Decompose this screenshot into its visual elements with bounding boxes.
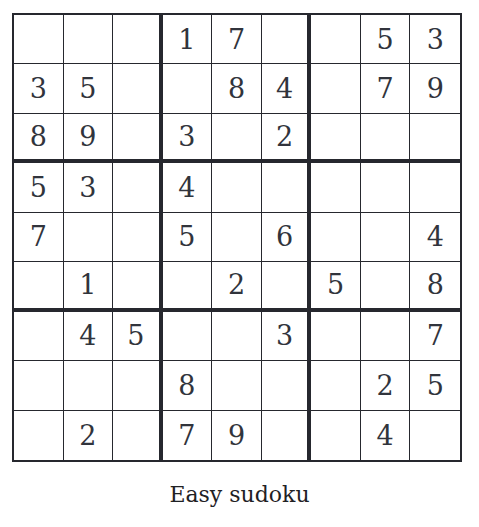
cell-r3c1[interactable]: 8 xyxy=(14,114,64,163)
cell-r8c4[interactable]: 8 xyxy=(163,361,213,410)
cell-r6c7[interactable]: 5 xyxy=(311,262,361,311)
cell-r2c5[interactable]: 8 xyxy=(212,64,262,113)
cell-r2c2[interactable]: 5 xyxy=(64,64,114,113)
cell-r8c3[interactable] xyxy=(113,361,163,410)
cell-r3c3[interactable] xyxy=(113,114,163,163)
cell-r5c1[interactable]: 7 xyxy=(14,213,64,262)
cell-r7c6[interactable]: 3 xyxy=(262,312,312,361)
cell-r3c8[interactable] xyxy=(361,114,411,163)
cell-r5c4[interactable]: 5 xyxy=(163,213,213,262)
cell-r6c1[interactable] xyxy=(14,262,64,311)
cell-r6c3[interactable] xyxy=(113,262,163,311)
cell-r5c7[interactable] xyxy=(311,213,361,262)
cell-r5c8[interactable] xyxy=(361,213,411,262)
cell-r3c4[interactable]: 3 xyxy=(163,114,213,163)
cell-r1c2[interactable] xyxy=(64,15,114,64)
cell-r8c1[interactable] xyxy=(14,361,64,410)
cell-r1c6[interactable] xyxy=(262,15,312,64)
cell-r9c6[interactable] xyxy=(262,411,312,460)
cell-r4c9[interactable] xyxy=(410,163,460,212)
cell-r1c8[interactable]: 5 xyxy=(361,15,411,64)
cell-r6c6[interactable] xyxy=(262,262,312,311)
cell-r6c4[interactable] xyxy=(163,262,213,311)
cell-r9c9[interactable] xyxy=(410,411,460,460)
cell-r3c5[interactable] xyxy=(212,114,262,163)
puzzle-title: Easy sudoku xyxy=(0,481,479,510)
cell-r9c2[interactable]: 2 xyxy=(64,411,114,460)
sudoku-board: 175335847989325347564125845378252794 xyxy=(12,13,462,462)
cell-r5c3[interactable] xyxy=(113,213,163,262)
cell-r9c1[interactable] xyxy=(14,411,64,460)
cell-r1c9[interactable]: 3 xyxy=(410,15,460,64)
cell-r6c2[interactable]: 1 xyxy=(64,262,114,311)
cell-r2c4[interactable] xyxy=(163,64,213,113)
cell-r4c6[interactable] xyxy=(262,163,312,212)
cell-r7c1[interactable] xyxy=(14,312,64,361)
cell-r9c4[interactable]: 7 xyxy=(163,411,213,460)
cell-r4c3[interactable] xyxy=(113,163,163,212)
cell-r4c4[interactable]: 4 xyxy=(163,163,213,212)
cell-r6c9[interactable]: 8 xyxy=(410,262,460,311)
cell-r5c5[interactable] xyxy=(212,213,262,262)
cell-r7c9[interactable]: 7 xyxy=(410,312,460,361)
cell-r1c1[interactable] xyxy=(14,15,64,64)
cell-r8c5[interactable] xyxy=(212,361,262,410)
cell-r7c5[interactable] xyxy=(212,312,262,361)
cell-r3c6[interactable]: 2 xyxy=(262,114,312,163)
cell-r6c8[interactable] xyxy=(361,262,411,311)
cell-r7c8[interactable] xyxy=(361,312,411,361)
cell-r4c8[interactable] xyxy=(361,163,411,212)
cell-r2c3[interactable] xyxy=(113,64,163,113)
cell-r1c5[interactable]: 7 xyxy=(212,15,262,64)
cell-r8c8[interactable]: 2 xyxy=(361,361,411,410)
cell-r9c7[interactable] xyxy=(311,411,361,460)
cell-r7c7[interactable] xyxy=(311,312,361,361)
cell-r5c2[interactable] xyxy=(64,213,114,262)
cell-r2c9[interactable]: 9 xyxy=(410,64,460,113)
cell-r7c4[interactable] xyxy=(163,312,213,361)
cell-r2c6[interactable]: 4 xyxy=(262,64,312,113)
cell-r7c3[interactable]: 5 xyxy=(113,312,163,361)
cell-r7c2[interactable]: 4 xyxy=(64,312,114,361)
cell-r5c9[interactable]: 4 xyxy=(410,213,460,262)
cell-r2c8[interactable]: 7 xyxy=(361,64,411,113)
cell-r9c8[interactable]: 4 xyxy=(361,411,411,460)
cell-r8c7[interactable] xyxy=(311,361,361,410)
cell-r8c9[interactable]: 5 xyxy=(410,361,460,410)
cell-r9c3[interactable] xyxy=(113,411,163,460)
cell-r6c5[interactable]: 2 xyxy=(212,262,262,311)
cell-r4c1[interactable]: 5 xyxy=(14,163,64,212)
cell-r3c2[interactable]: 9 xyxy=(64,114,114,163)
cell-r9c5[interactable]: 9 xyxy=(212,411,262,460)
cell-r4c2[interactable]: 3 xyxy=(64,163,114,212)
cell-r3c7[interactable] xyxy=(311,114,361,163)
cell-r2c1[interactable]: 3 xyxy=(14,64,64,113)
cell-r3c9[interactable] xyxy=(410,114,460,163)
cell-r5c6[interactable]: 6 xyxy=(262,213,312,262)
cell-r8c2[interactable] xyxy=(64,361,114,410)
cell-r2c7[interactable] xyxy=(311,64,361,113)
cell-r1c4[interactable]: 1 xyxy=(163,15,213,64)
cell-r1c7[interactable] xyxy=(311,15,361,64)
cell-r4c5[interactable] xyxy=(212,163,262,212)
cell-r4c7[interactable] xyxy=(311,163,361,212)
cell-r8c6[interactable] xyxy=(262,361,312,410)
cell-r1c3[interactable] xyxy=(113,15,163,64)
